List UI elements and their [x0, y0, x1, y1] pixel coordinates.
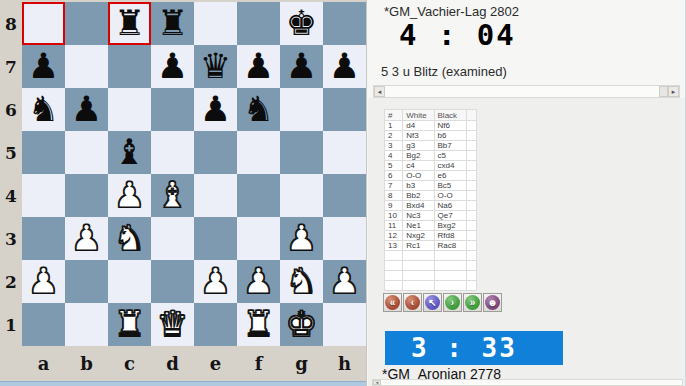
- square-e4[interactable]: [194, 174, 237, 217]
- square-a3[interactable]: [22, 217, 65, 260]
- square-b4[interactable]: [65, 174, 108, 217]
- move-number: [385, 261, 403, 271]
- square-e5[interactable]: [194, 131, 237, 174]
- spacer-cell: [466, 281, 476, 291]
- piece-wk-g1: ♚: [286, 303, 317, 346]
- spacer-cell: [466, 211, 476, 221]
- piece-bk-g8: ♚: [286, 2, 317, 45]
- move-row-2[interactable]: 2Nf3b6: [385, 131, 477, 141]
- navigation-toolbar: «‹↖›»☻: [383, 293, 503, 312]
- piece-wp-h2: ♟: [329, 260, 360, 303]
- step-back-button[interactable]: ‹: [403, 293, 422, 312]
- move-number: [385, 281, 403, 291]
- file-label-a: a: [22, 348, 65, 378]
- window-edge-strip: [0, 381, 366, 386]
- piece-wr-f1: ♜: [243, 303, 274, 346]
- piece-bp-e6: ♟: [200, 88, 231, 131]
- square-f4[interactable]: [237, 174, 280, 217]
- spacer-cell: [466, 201, 476, 211]
- square-f2[interactable]: ♟: [237, 260, 280, 303]
- step-back-icon: ‹: [405, 295, 420, 310]
- bottom-player-clock-box: 3 : 33: [385, 331, 563, 365]
- move-number: 3: [385, 141, 403, 151]
- black-move[interactable]: Rfd8: [434, 231, 466, 241]
- black-move: [434, 261, 466, 271]
- move-row-13[interactable]: 13Rc1Rac8: [385, 241, 477, 251]
- rank-label-1: 1: [0, 303, 22, 346]
- white-move: [403, 281, 434, 291]
- square-d1[interactable]: ♛: [151, 303, 194, 346]
- square-e2[interactable]: ♟: [194, 260, 237, 303]
- square-f6[interactable]: ♞: [237, 88, 280, 131]
- move-list-table[interactable]: # White Black 1d4Nf62Nf3b63g3Bb74Bg2c55c…: [384, 109, 477, 291]
- examine-icon: ☻: [485, 295, 500, 310]
- square-c6[interactable]: [108, 88, 151, 131]
- move-row-8[interactable]: 8Bb2O-O: [385, 191, 477, 201]
- step-forward-icon: ›: [445, 295, 460, 310]
- move-row-7[interactable]: 7b3Bc5: [385, 181, 477, 191]
- file-label-b: b: [65, 348, 108, 378]
- spacer-cell: [466, 221, 476, 231]
- scroll-left-icon[interactable]: ◄: [374, 86, 385, 97]
- move-number: 13: [385, 241, 403, 251]
- spacer-cell: [466, 181, 476, 191]
- spacer-cell: [466, 231, 476, 241]
- white-move[interactable]: Bxd4: [403, 201, 434, 211]
- white-move[interactable]: O-O: [403, 171, 434, 181]
- piece-bn-a6: ♞: [28, 88, 59, 131]
- black-move[interactable]: Qe7: [434, 211, 466, 221]
- rank-label-5: 5: [0, 131, 22, 174]
- square-h7[interactable]: ♟: [323, 45, 366, 88]
- move-row-12[interactable]: 12Nxg2Rfd8: [385, 231, 477, 241]
- move-number: 1: [385, 121, 403, 131]
- white-column-header: White: [403, 110, 434, 121]
- black-move[interactable]: Nf6: [434, 121, 466, 131]
- piece-wp-b3: ♟: [71, 217, 102, 260]
- square-f8[interactable]: [237, 2, 280, 45]
- scroll-right-icon[interactable]: ►: [668, 86, 679, 97]
- black-move[interactable]: cxd4: [434, 161, 466, 171]
- file-label-c: c: [108, 348, 151, 378]
- goto-start-icon: «: [385, 295, 400, 310]
- spacer-column-header: [466, 110, 476, 121]
- move-list-header: # White Black: [385, 110, 477, 121]
- square-e7[interactable]: ♛: [194, 45, 237, 88]
- piece-bq-e7: ♛: [200, 45, 231, 88]
- top-player-name: *GM_Vachier-Lag 2802: [384, 4, 519, 19]
- square-d2[interactable]: [151, 260, 194, 303]
- square-g6[interactable]: [280, 88, 323, 131]
- square-a8[interactable]: [22, 2, 65, 45]
- piece-wp-e2: ♟: [200, 260, 231, 303]
- square-g2[interactable]: ♞: [280, 260, 323, 303]
- piece-br-c8: ♜: [114, 2, 145, 45]
- top-player-clock: 4 : 04: [399, 18, 516, 52]
- piece-bp-a7: ♟: [28, 45, 59, 88]
- square-d3[interactable]: [151, 217, 194, 260]
- square-f5[interactable]: [237, 131, 280, 174]
- black-move[interactable]: Rac8: [434, 241, 466, 251]
- rank-labels: 87654321: [0, 2, 22, 346]
- square-g4[interactable]: [280, 174, 323, 217]
- spacer-cell: [466, 131, 476, 141]
- move-number-header: #: [385, 110, 403, 121]
- square-h3[interactable]: [323, 217, 366, 260]
- square-h2[interactable]: ♟: [323, 260, 366, 303]
- rank-label-8: 8: [0, 2, 22, 45]
- move-number: [385, 271, 403, 281]
- square-g5[interactable]: [280, 131, 323, 174]
- white-move[interactable]: Bg2: [403, 151, 434, 161]
- move-number: 2: [385, 131, 403, 141]
- white-move[interactable]: b3: [403, 181, 434, 191]
- spacer-cell: [466, 121, 476, 131]
- square-h8[interactable]: [323, 2, 366, 45]
- spacer-cell: [466, 171, 476, 181]
- black-move[interactable]: b6: [434, 131, 466, 141]
- square-e6[interactable]: ♟: [194, 88, 237, 131]
- game-info-label: 5 3 u Blitz (examined): [381, 64, 507, 79]
- black-move[interactable]: Bc5: [434, 181, 466, 191]
- white-move[interactable]: Nc3: [403, 211, 434, 221]
- spacer-cell: [466, 261, 476, 271]
- black-move[interactable]: e6: [434, 171, 466, 181]
- move-number: [385, 251, 403, 261]
- spacer-cell: [466, 151, 476, 161]
- chess-app-window: 87654321 ♜♜♚♟♟♛♟♟♟♞♟♟♞♝♟♝♟♞♟♟♟♟♞♟♜♛♜♚ ab…: [0, 0, 686, 386]
- board-area: 87654321 ♜♜♚♟♟♛♟♟♟♞♟♟♞♝♟♝♟♞♟♟♟♟♞♟♜♛♜♚ ab…: [0, 0, 366, 386]
- move-number: 6: [385, 171, 403, 181]
- square-b8[interactable]: [65, 2, 108, 45]
- square-c3[interactable]: ♞: [108, 217, 151, 260]
- square-h6[interactable]: [323, 88, 366, 131]
- flip-board-button[interactable]: ↖: [423, 293, 442, 312]
- move-row-empty: [385, 281, 477, 291]
- move-row-9[interactable]: 9Bxd4Na6: [385, 201, 477, 211]
- piece-bp-h7: ♟: [329, 45, 360, 88]
- move-row-5[interactable]: 5c4cxd4: [385, 161, 477, 171]
- flip-board-icon: ↖: [425, 295, 440, 310]
- panel-body: # White Black 1d4Nf62Nf3b63g3Bb74Bg2c55c…: [368, 98, 685, 386]
- square-a1[interactable]: [22, 303, 65, 346]
- rank-label-3: 3: [0, 217, 22, 260]
- console-horizontal-scrollbar[interactable]: ◄ ►: [373, 85, 680, 98]
- move-row-1[interactable]: 1d4Nf6: [385, 121, 477, 131]
- move-row-6[interactable]: 6O-Oe6: [385, 171, 477, 181]
- piece-wb-d4: ♝: [157, 174, 188, 217]
- square-a5[interactable]: [22, 131, 65, 174]
- piece-br-d8: ♜: [157, 2, 188, 45]
- square-d8[interactable]: ♜: [151, 2, 194, 45]
- square-h1[interactable]: [323, 303, 366, 346]
- square-b3[interactable]: ♟: [65, 217, 108, 260]
- spacer-cell: [466, 161, 476, 171]
- white-move[interactable]: Rc1: [403, 241, 434, 251]
- square-g8[interactable]: ♚: [280, 2, 323, 45]
- square-d4[interactable]: ♝: [151, 174, 194, 217]
- square-f7[interactable]: ♟: [237, 45, 280, 88]
- spacer-cell: [466, 251, 476, 261]
- square-c8[interactable]: ♜: [108, 2, 151, 45]
- black-move: [434, 281, 466, 291]
- scrollbar-thumb[interactable]: [659, 86, 668, 97]
- square-b7[interactable]: [65, 45, 108, 88]
- file-label-d: d: [151, 348, 194, 378]
- move-number: 9: [385, 201, 403, 211]
- white-move[interactable]: d4: [403, 121, 434, 131]
- square-a2[interactable]: ♟: [22, 260, 65, 303]
- white-move[interactable]: Bb2: [403, 191, 434, 201]
- goto-end-icon: »: [465, 295, 480, 310]
- file-label-h: h: [323, 348, 366, 378]
- rank-label-2: 2: [0, 260, 22, 303]
- move-number: 5: [385, 161, 403, 171]
- piece-wn-g2: ♞: [286, 260, 317, 303]
- white-move: [403, 261, 434, 271]
- square-d5[interactable]: [151, 131, 194, 174]
- goto-end-button[interactable]: »: [463, 293, 482, 312]
- square-c2[interactable]: [108, 260, 151, 303]
- goto-start-button[interactable]: «: [383, 293, 402, 312]
- file-label-f: f: [237, 348, 280, 378]
- white-move: [403, 251, 434, 261]
- rank-label-4: 4: [0, 174, 22, 217]
- rank-label-7: 7: [0, 45, 22, 88]
- square-f1[interactable]: ♜: [237, 303, 280, 346]
- piece-bp-b6: ♟: [71, 88, 102, 131]
- square-e1[interactable]: [194, 303, 237, 346]
- square-g3[interactable]: ♟: [280, 217, 323, 260]
- move-row-empty: [385, 261, 477, 271]
- square-b6[interactable]: ♟: [65, 88, 108, 131]
- piece-wp-c4: ♟: [114, 174, 145, 217]
- move-number: 7: [385, 181, 403, 191]
- white-move[interactable]: g3: [403, 141, 434, 151]
- scrollbar-track[interactable]: [381, 380, 682, 385]
- white-move: [403, 271, 434, 281]
- square-c4[interactable]: ♟: [108, 174, 151, 217]
- rank-label-6: 6: [0, 88, 22, 131]
- spacer-cell: [466, 241, 476, 251]
- black-move[interactable]: Bb7: [434, 141, 466, 151]
- spacer-cell: [466, 271, 476, 281]
- black-move: [434, 251, 466, 261]
- piece-wq-d1: ♛: [157, 303, 188, 346]
- square-h4[interactable]: [323, 174, 366, 217]
- white-move[interactable]: Nf3: [403, 131, 434, 141]
- black-move[interactable]: Bxg2: [434, 221, 466, 231]
- piece-bn-f6: ♞: [243, 88, 274, 131]
- move-row-10[interactable]: 10Nc3Qe7: [385, 211, 477, 221]
- square-a7[interactable]: ♟: [22, 45, 65, 88]
- piece-bp-d7: ♟: [157, 45, 188, 88]
- square-f3[interactable]: [237, 217, 280, 260]
- piece-bp-g7: ♟: [286, 45, 317, 88]
- black-move: [434, 271, 466, 281]
- square-h5[interactable]: [323, 131, 366, 174]
- move-row-3[interactable]: 3g3Bb7: [385, 141, 477, 151]
- square-d6[interactable]: [151, 88, 194, 131]
- square-d7[interactable]: ♟: [151, 45, 194, 88]
- white-move[interactable]: Ne1: [403, 221, 434, 231]
- step-forward-button[interactable]: ›: [443, 293, 462, 312]
- move-number: 4: [385, 151, 403, 161]
- spacer-cell: [466, 191, 476, 201]
- square-g7[interactable]: ♟: [280, 45, 323, 88]
- square-b5[interactable]: [65, 131, 108, 174]
- piece-wp-g3: ♟: [286, 217, 317, 260]
- file-label-e: e: [194, 348, 237, 378]
- panel-horizontal-scrollbar[interactable]: ◄: [372, 379, 683, 386]
- move-row-4[interactable]: 4Bg2c5: [385, 151, 477, 161]
- piece-bp-f7: ♟: [243, 45, 274, 88]
- black-move[interactable]: O-O: [434, 191, 466, 201]
- examine-button[interactable]: ☻: [483, 293, 502, 312]
- square-c7[interactable]: [108, 45, 151, 88]
- square-a4[interactable]: [22, 174, 65, 217]
- piece-wn-c3: ♞: [114, 217, 145, 260]
- move-number: 8: [385, 191, 403, 201]
- white-move[interactable]: Nxg2: [403, 231, 434, 241]
- file-label-g: g: [280, 348, 323, 378]
- piece-wr-c1: ♜: [114, 303, 145, 346]
- move-number: 12: [385, 231, 403, 241]
- black-move[interactable]: Na6: [434, 201, 466, 211]
- move-number: 10: [385, 211, 403, 221]
- move-row-empty: [385, 271, 477, 281]
- game-panel: *GM_Vachier-Lag 2802 4 : 04 5 3 u Blitz …: [366, 0, 686, 386]
- move-row-empty: [385, 251, 477, 261]
- bottom-player-clock: 3 : 33: [385, 333, 517, 363]
- square-a6[interactable]: ♞: [22, 88, 65, 131]
- piece-bb-c5: ♝: [114, 131, 145, 174]
- square-e8[interactable]: [194, 2, 237, 45]
- move-number: 11: [385, 221, 403, 231]
- black-move[interactable]: c5: [434, 151, 466, 161]
- scroll-left-icon[interactable]: ◄: [373, 380, 381, 385]
- white-move[interactable]: c4: [403, 161, 434, 171]
- square-c5[interactable]: ♝: [108, 131, 151, 174]
- piece-wp-a2: ♟: [28, 260, 59, 303]
- square-c1[interactable]: ♜: [108, 303, 151, 346]
- square-e3[interactable]: [194, 217, 237, 260]
- chess-board[interactable]: ♜♜♚♟♟♛♟♟♟♞♟♟♞♝♟♝♟♞♟♟♟♟♞♟♜♛♜♚: [22, 2, 366, 346]
- square-g1[interactable]: ♚: [280, 303, 323, 346]
- file-labels: abcdefgh: [22, 348, 366, 378]
- square-b1[interactable]: [65, 303, 108, 346]
- scrollbar-track[interactable]: [385, 86, 659, 97]
- square-b2[interactable]: [65, 260, 108, 303]
- move-row-11[interactable]: 11Ne1Bxg2: [385, 221, 477, 231]
- spacer-cell: [466, 141, 476, 151]
- piece-wp-f2: ♟: [243, 260, 274, 303]
- black-column-header: Black: [434, 110, 466, 121]
